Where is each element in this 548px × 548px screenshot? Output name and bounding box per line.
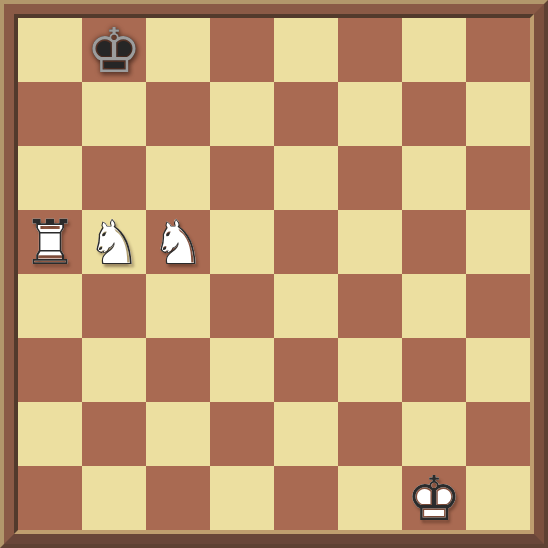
piece-white-knight[interactable]: ♞♘: [82, 210, 146, 274]
chess-board-frame-inner: ♚♔♜♖♞♘♞♘♚♔: [14, 14, 534, 534]
square-g6[interactable]: [402, 146, 466, 210]
square-f4[interactable]: [338, 274, 402, 338]
square-h2[interactable]: [466, 402, 530, 466]
square-f7[interactable]: [338, 82, 402, 146]
square-a1[interactable]: [18, 466, 82, 530]
square-e2[interactable]: [274, 402, 338, 466]
square-g1[interactable]: ♚♔: [402, 466, 466, 530]
square-g2[interactable]: [402, 402, 466, 466]
square-d3[interactable]: [210, 338, 274, 402]
square-f6[interactable]: [338, 146, 402, 210]
square-c5[interactable]: ♞♘: [146, 210, 210, 274]
square-e3[interactable]: [274, 338, 338, 402]
chess-board: ♚♔♜♖♞♘♞♘♚♔: [18, 18, 530, 530]
square-c1[interactable]: [146, 466, 210, 530]
square-h5[interactable]: [466, 210, 530, 274]
white-rook-glyph-outline: ♖: [18, 210, 82, 274]
square-b7[interactable]: [82, 82, 146, 146]
square-e5[interactable]: [274, 210, 338, 274]
square-c6[interactable]: [146, 146, 210, 210]
square-f5[interactable]: [338, 210, 402, 274]
square-b8[interactable]: ♚♔: [82, 18, 146, 82]
square-f8[interactable]: [338, 18, 402, 82]
square-d8[interactable]: [210, 18, 274, 82]
white-knight-glyph-outline: ♘: [146, 210, 210, 274]
square-a6[interactable]: [18, 146, 82, 210]
square-b3[interactable]: [82, 338, 146, 402]
square-d1[interactable]: [210, 466, 274, 530]
square-c8[interactable]: [146, 18, 210, 82]
square-a5[interactable]: ♜♖: [18, 210, 82, 274]
piece-black-king[interactable]: ♚♔: [82, 18, 146, 82]
square-f1[interactable]: [338, 466, 402, 530]
white-rook-glyph-fill: ♜: [18, 210, 82, 274]
square-f2[interactable]: [338, 402, 402, 466]
square-b1[interactable]: [82, 466, 146, 530]
square-c3[interactable]: [146, 338, 210, 402]
square-g4[interactable]: [402, 274, 466, 338]
piece-white-knight[interactable]: ♞♘: [146, 210, 210, 274]
square-e1[interactable]: [274, 466, 338, 530]
chess-board-frame-mid: ♚♔♜♖♞♘♞♘♚♔: [4, 4, 544, 544]
chess-board-frame: ♚♔♜♖♞♘♞♘♚♔: [0, 0, 548, 548]
square-g8[interactable]: [402, 18, 466, 82]
square-f3[interactable]: [338, 338, 402, 402]
square-d2[interactable]: [210, 402, 274, 466]
white-knight-glyph-fill: ♞: [82, 210, 146, 274]
white-king-glyph-fill: ♚: [402, 466, 466, 530]
square-c2[interactable]: [146, 402, 210, 466]
square-a7[interactable]: [18, 82, 82, 146]
square-h6[interactable]: [466, 146, 530, 210]
square-e8[interactable]: [274, 18, 338, 82]
square-c4[interactable]: [146, 274, 210, 338]
square-h3[interactable]: [466, 338, 530, 402]
square-b4[interactable]: [82, 274, 146, 338]
square-b5[interactable]: ♞♘: [82, 210, 146, 274]
square-b2[interactable]: [82, 402, 146, 466]
piece-white-king[interactable]: ♚♔: [402, 466, 466, 530]
white-knight-glyph-outline: ♘: [82, 210, 146, 274]
square-e7[interactable]: [274, 82, 338, 146]
black-king-glyph-fill: ♚: [82, 18, 146, 82]
black-king-glyph-outline: ♔: [82, 18, 146, 82]
square-h7[interactable]: [466, 82, 530, 146]
square-g7[interactable]: [402, 82, 466, 146]
square-d4[interactable]: [210, 274, 274, 338]
piece-white-rook[interactable]: ♜♖: [18, 210, 82, 274]
square-a8[interactable]: [18, 18, 82, 82]
square-h1[interactable]: [466, 466, 530, 530]
square-e6[interactable]: [274, 146, 338, 210]
square-h8[interactable]: [466, 18, 530, 82]
square-b6[interactable]: [82, 146, 146, 210]
square-g3[interactable]: [402, 338, 466, 402]
square-a3[interactable]: [18, 338, 82, 402]
square-a2[interactable]: [18, 402, 82, 466]
square-a4[interactable]: [18, 274, 82, 338]
square-e4[interactable]: [274, 274, 338, 338]
square-d5[interactable]: [210, 210, 274, 274]
square-g5[interactable]: [402, 210, 466, 274]
square-d7[interactable]: [210, 82, 274, 146]
square-c7[interactable]: [146, 82, 210, 146]
white-knight-glyph-fill: ♞: [146, 210, 210, 274]
square-h4[interactable]: [466, 274, 530, 338]
white-king-glyph-outline: ♔: [402, 466, 466, 530]
square-d6[interactable]: [210, 146, 274, 210]
